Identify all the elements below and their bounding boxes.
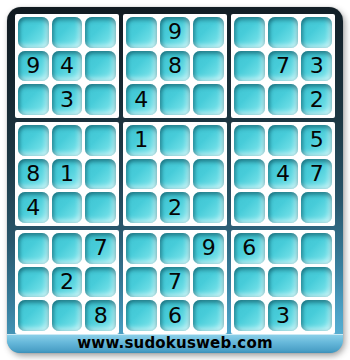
cell-r2c2[interactable]: 4 — [52, 51, 83, 82]
cell-r1c1[interactable] — [18, 17, 49, 48]
cell-r9c4[interactable] — [126, 300, 157, 331]
cell-r7c5[interactable] — [160, 233, 191, 264]
cell-r4c8[interactable] — [268, 125, 299, 156]
cell-r8c1[interactable] — [18, 267, 49, 298]
cell-r5c7[interactable] — [234, 159, 265, 190]
cell-r4c2[interactable] — [52, 125, 83, 156]
cell-r9c5[interactable]: 6 — [160, 300, 191, 331]
cell-r4c3[interactable] — [85, 125, 116, 156]
cell-r6c1[interactable]: 4 — [18, 192, 49, 223]
sudoku-board-frame: 9439847328141254772897663 www.sudokusweb… — [7, 7, 343, 353]
cell-r7c4[interactable] — [126, 233, 157, 264]
box-r1c1: 943 — [15, 14, 119, 118]
cell-r3c5[interactable] — [160, 84, 191, 115]
cell-r5c4[interactable] — [126, 159, 157, 190]
cell-r3c6[interactable] — [193, 84, 224, 115]
cell-r8c4[interactable] — [126, 267, 157, 298]
cell-r7c1[interactable] — [18, 233, 49, 264]
cell-r7c2[interactable] — [52, 233, 83, 264]
website-url: www.sudokusweb.com — [77, 334, 272, 352]
cell-r2c7[interactable] — [234, 51, 265, 82]
cell-r1c4[interactable] — [126, 17, 157, 48]
box-r2c2: 12 — [123, 122, 227, 226]
cell-r8c2[interactable]: 2 — [52, 267, 83, 298]
cell-r6c4[interactable] — [126, 192, 157, 223]
cell-r6c9[interactable] — [301, 192, 332, 223]
cell-r3c2[interactable]: 3 — [52, 84, 83, 115]
cell-r5c3[interactable] — [85, 159, 116, 190]
cell-r4c7[interactable] — [234, 125, 265, 156]
cell-r2c8[interactable]: 7 — [268, 51, 299, 82]
sudoku-board: 9439847328141254772897663 — [15, 14, 335, 334]
cell-r9c9[interactable] — [301, 300, 332, 331]
cell-r5c1[interactable]: 8 — [18, 159, 49, 190]
cell-r6c5[interactable]: 2 — [160, 192, 191, 223]
cell-r7c8[interactable] — [268, 233, 299, 264]
cell-r2c1[interactable]: 9 — [18, 51, 49, 82]
cell-r8c3[interactable] — [85, 267, 116, 298]
box-r3c1: 728 — [15, 230, 119, 334]
cell-r9c8[interactable]: 3 — [268, 300, 299, 331]
cell-r1c6[interactable] — [193, 17, 224, 48]
cell-r4c9[interactable]: 5 — [301, 125, 332, 156]
cell-r1c2[interactable] — [52, 17, 83, 48]
cell-r4c5[interactable] — [160, 125, 191, 156]
cell-r3c4[interactable]: 4 — [126, 84, 157, 115]
box-r2c1: 814 — [15, 122, 119, 226]
cell-r1c9[interactable] — [301, 17, 332, 48]
box-r1c3: 732 — [231, 14, 335, 118]
cell-r2c4[interactable] — [126, 51, 157, 82]
cell-r3c7[interactable] — [234, 84, 265, 115]
box-r2c3: 547 — [231, 122, 335, 226]
cell-r9c7[interactable] — [234, 300, 265, 331]
cell-r6c7[interactable] — [234, 192, 265, 223]
cell-r7c3[interactable]: 7 — [85, 233, 116, 264]
cell-r1c8[interactable] — [268, 17, 299, 48]
cell-r5c2[interactable]: 1 — [52, 159, 83, 190]
cell-r4c4[interactable]: 1 — [126, 125, 157, 156]
box-r3c3: 63 — [231, 230, 335, 334]
cell-r8c7[interactable] — [234, 267, 265, 298]
cell-r2c5[interactable]: 8 — [160, 51, 191, 82]
cell-r2c9[interactable]: 3 — [301, 51, 332, 82]
cell-r2c3[interactable] — [85, 51, 116, 82]
cell-r8c8[interactable] — [268, 267, 299, 298]
cell-r8c9[interactable] — [301, 267, 332, 298]
cell-r2c6[interactable] — [193, 51, 224, 82]
cell-r3c8[interactable] — [268, 84, 299, 115]
website-footer: www.sudokusweb.com — [7, 334, 343, 353]
cell-r6c3[interactable] — [85, 192, 116, 223]
cell-r6c6[interactable] — [193, 192, 224, 223]
cell-r1c3[interactable] — [85, 17, 116, 48]
cell-r4c1[interactable] — [18, 125, 49, 156]
cell-r7c9[interactable] — [301, 233, 332, 264]
cell-r3c3[interactable] — [85, 84, 116, 115]
cell-r6c8[interactable] — [268, 192, 299, 223]
cell-r1c7[interactable] — [234, 17, 265, 48]
cell-r6c2[interactable] — [52, 192, 83, 223]
box-r1c2: 984 — [123, 14, 227, 118]
box-r3c2: 976 — [123, 230, 227, 334]
cell-r9c3[interactable]: 8 — [85, 300, 116, 331]
cell-r9c6[interactable] — [193, 300, 224, 331]
cell-r9c2[interactable] — [52, 300, 83, 331]
cell-r5c6[interactable] — [193, 159, 224, 190]
cell-r4c6[interactable] — [193, 125, 224, 156]
cell-r1c5[interactable]: 9 — [160, 17, 191, 48]
cell-r9c1[interactable] — [18, 300, 49, 331]
cell-r8c6[interactable] — [193, 267, 224, 298]
cell-r5c8[interactable]: 4 — [268, 159, 299, 190]
cell-r5c5[interactable] — [160, 159, 191, 190]
cell-r8c5[interactable]: 7 — [160, 267, 191, 298]
cell-r7c6[interactable]: 9 — [193, 233, 224, 264]
cell-r3c9[interactable]: 2 — [301, 84, 332, 115]
cell-r5c9[interactable]: 7 — [301, 159, 332, 190]
cell-r3c1[interactable] — [18, 84, 49, 115]
cell-r7c7[interactable]: 6 — [234, 233, 265, 264]
